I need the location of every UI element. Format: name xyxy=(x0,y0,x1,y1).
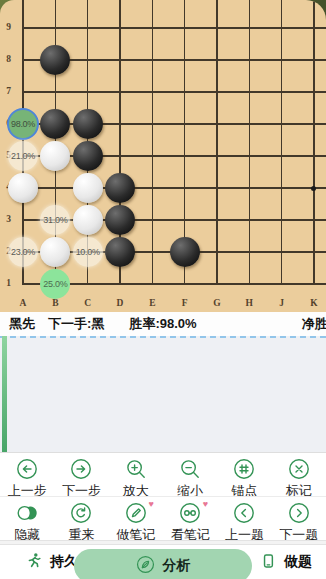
win-rate-value: 31.0% xyxy=(43,215,67,225)
net-win-label: 净胜 xyxy=(302,315,326,333)
grid-line xyxy=(313,0,314,285)
next-step-button[interactable]: 下一步 xyxy=(54,453,108,496)
hash-icon xyxy=(233,458,255,480)
win-rate-value: 21.0% xyxy=(11,151,35,161)
glasses-icon: ♥ xyxy=(179,502,201,524)
variation-panel xyxy=(0,336,326,452)
chevron-right-icon xyxy=(288,502,310,524)
grid-line xyxy=(22,27,326,28)
leaf-icon xyxy=(136,555,155,577)
prev-step-button[interactable]: 上一步 xyxy=(0,453,54,496)
make-note-button[interactable]: ♥做笔记 xyxy=(109,497,163,540)
row-label: 7 xyxy=(2,86,15,96)
stone-black[interactable] xyxy=(105,173,135,203)
anchor-button[interactable]: 锚点 xyxy=(217,453,271,496)
toolbar-row-2: 隐藏重来♥做笔记♥看笔记上一题下一题 xyxy=(0,496,326,540)
redo-icon xyxy=(70,502,92,524)
win-rate-value: 23.0% xyxy=(11,247,35,257)
grid-line xyxy=(22,187,326,188)
grid-line xyxy=(216,0,217,285)
zoom-in-button[interactable]: 放大 xyxy=(109,453,163,496)
suggestion-green[interactable]: 25.0% xyxy=(40,269,70,299)
col-label: E xyxy=(144,298,160,308)
status-bar: 黑先 下一手:黑 胜率:98.0% 净胜 xyxy=(0,312,326,336)
row-label: 8 xyxy=(2,54,15,64)
row-label: 9 xyxy=(2,22,15,32)
suggestion-best[interactable]: 98.0% xyxy=(7,108,39,140)
win-rate-value: 98.0% xyxy=(11,119,35,129)
stone-black[interactable] xyxy=(105,205,135,235)
stone-white[interactable] xyxy=(40,237,70,267)
col-label: B xyxy=(47,298,63,308)
restart-button[interactable]: 重来 xyxy=(54,497,108,540)
stone-black[interactable] xyxy=(105,237,135,267)
vip-badge-icon: ♥ xyxy=(148,499,153,509)
phone-icon xyxy=(258,551,278,574)
star-point xyxy=(311,186,316,191)
pen-icon: ♥ xyxy=(125,502,147,524)
arrow-left-icon xyxy=(16,458,38,480)
win-rate-label: 胜率:98.0% xyxy=(0,315,326,333)
prev-problem-button[interactable]: 上一题 xyxy=(217,497,271,540)
col-label: F xyxy=(177,298,193,308)
chevron-left-icon xyxy=(233,502,255,524)
col-label: C xyxy=(80,298,96,308)
analyze-label: 分析 xyxy=(163,557,191,575)
toolbar-row-1: 上一步下一步放大缩小锚点标记 xyxy=(0,452,326,496)
mark-button[interactable]: 标记 xyxy=(272,453,326,496)
zoom-out-button[interactable]: 缩小 xyxy=(163,453,217,496)
zoom-in-icon xyxy=(125,458,147,480)
stone-white[interactable] xyxy=(40,141,70,171)
stone-white[interactable] xyxy=(8,173,38,203)
runner-icon xyxy=(24,551,44,574)
grid-line xyxy=(22,91,326,92)
row-label: 1 xyxy=(2,278,15,288)
analyze-button[interactable]: 分析 xyxy=(74,549,252,579)
grid-line xyxy=(152,0,153,285)
suggestion-ghost[interactable]: 21.0% xyxy=(8,141,38,171)
col-label: G xyxy=(209,298,225,308)
eclipse-icon xyxy=(16,502,38,524)
suggestion-ghost[interactable]: 10.0% xyxy=(73,237,103,267)
col-label: D xyxy=(112,298,128,308)
suggestion-ghost[interactable]: 31.0% xyxy=(40,205,70,235)
col-label: K xyxy=(306,298,322,308)
suggestion-ghost[interactable]: 23.0% xyxy=(8,237,38,267)
col-label: J xyxy=(274,298,290,308)
row-label: 3 xyxy=(2,214,15,224)
panel-left-green-bar xyxy=(2,336,7,454)
cross-icon xyxy=(288,458,310,480)
problems-label: 做题 xyxy=(284,553,312,571)
stone-black[interactable] xyxy=(40,45,70,75)
col-label: A xyxy=(15,298,31,308)
win-rate-value: 25.0% xyxy=(43,279,67,289)
hide-button[interactable]: 隐藏 xyxy=(0,497,54,540)
do-problems-button[interactable]: 做题 xyxy=(252,545,318,579)
view-note-button[interactable]: ♥看笔记 xyxy=(163,497,217,540)
grid-line xyxy=(281,0,282,285)
zoom-out-icon xyxy=(179,458,201,480)
win-rate-value: 10.0% xyxy=(76,247,100,257)
stone-black[interactable] xyxy=(40,109,70,139)
grid-line xyxy=(249,0,250,285)
stone-black[interactable] xyxy=(73,141,103,171)
col-label: H xyxy=(241,298,257,308)
stone-white[interactable] xyxy=(73,173,103,203)
stone-black[interactable] xyxy=(170,237,200,267)
next-problem-button[interactable]: 下一题 xyxy=(272,497,326,540)
stone-white[interactable] xyxy=(73,205,103,235)
bottom-bar: 持久 分析 做题 xyxy=(0,545,326,579)
arrow-right-icon xyxy=(70,458,92,480)
vip-badge-icon: ♥ xyxy=(203,499,208,509)
stone-black[interactable] xyxy=(73,109,103,139)
go-app-window: 987654321ABCDEFGHJK98.0%21.0%31.0%23.0%1… xyxy=(0,0,326,579)
go-board[interactable]: 987654321ABCDEFGHJK98.0%21.0%31.0%23.0%1… xyxy=(0,0,326,312)
